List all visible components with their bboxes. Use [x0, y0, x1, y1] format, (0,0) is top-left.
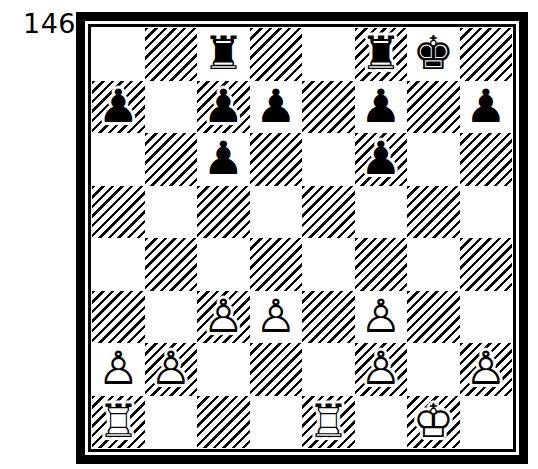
- square-h5: [460, 186, 513, 239]
- square-e6: [302, 133, 355, 186]
- square-b6: [145, 133, 198, 186]
- piece-black-pawn: ♟: [460, 81, 513, 133]
- square-c6: ♟: [197, 133, 250, 186]
- piece-black-rook: ♜: [355, 28, 408, 80]
- square-g2: [407, 343, 460, 396]
- piece-black-pawn: ♟: [197, 81, 250, 133]
- square-e1: ♜♖: [302, 396, 355, 449]
- square-e2: [302, 343, 355, 396]
- piece-outline-layer: ♙: [255, 293, 296, 339]
- square-a4: [92, 238, 145, 291]
- piece-white-pawn: ♟♙: [145, 343, 198, 395]
- square-b2: ♟♙: [145, 343, 198, 396]
- square-f6: ♟: [355, 133, 408, 186]
- square-g1: ♚♔: [407, 396, 460, 449]
- square-e4: [302, 238, 355, 291]
- board-inner-frame: ♜♜♚♟♟♟♟♟♟♟♟♙♟♙♟♙♟♙♟♙♟♙♟♙♜♖♜♖♚♔: [88, 24, 516, 452]
- square-e7: [302, 81, 355, 134]
- square-h1: [460, 396, 513, 449]
- square-f2: ♟♙: [355, 343, 408, 396]
- square-h8: [460, 28, 513, 81]
- piece-glyph: ♟: [255, 83, 296, 129]
- piece-glyph: ♟: [360, 135, 401, 181]
- piece-glyph: ♟: [203, 135, 244, 181]
- square-d4: [250, 238, 303, 291]
- piece-glyph: ♟: [465, 83, 506, 129]
- square-f7: ♟: [355, 81, 408, 134]
- square-d3: ♟♙: [250, 291, 303, 344]
- square-g4: [407, 238, 460, 291]
- square-h7: ♟: [460, 81, 513, 134]
- piece-black-pawn: ♟: [355, 133, 408, 185]
- piece-black-pawn: ♟: [197, 133, 250, 185]
- square-a5: [92, 186, 145, 239]
- square-c4: [197, 238, 250, 291]
- diagram-number: 146: [23, 10, 76, 37]
- square-d8: [250, 28, 303, 81]
- square-c5: [197, 186, 250, 239]
- square-f5: [355, 186, 408, 239]
- square-d2: [250, 343, 303, 396]
- square-g7: [407, 81, 460, 134]
- piece-glyph: ♜: [360, 30, 401, 76]
- piece-white-king: ♚♔: [407, 396, 460, 448]
- square-b7: [145, 81, 198, 134]
- piece-white-rook: ♜♖: [92, 396, 145, 448]
- square-a3: [92, 291, 145, 344]
- piece-outline-layer: ♙: [98, 345, 139, 391]
- square-f4: [355, 238, 408, 291]
- piece-outline-layer: ♖: [98, 398, 139, 444]
- piece-glyph: ♜: [203, 30, 244, 76]
- piece-white-pawn: ♟♙: [250, 291, 303, 343]
- piece-white-pawn: ♟♙: [92, 343, 145, 395]
- square-h2: ♟♙: [460, 343, 513, 396]
- page: 146 ♜♜♚♟♟♟♟♟♟♟♟♙♟♙♟♙♟♙♟♙♟♙♟♙♜♖♜♖♚♔: [0, 0, 538, 469]
- board-frame: ♜♜♚♟♟♟♟♟♟♟♟♙♟♙♟♙♟♙♟♙♟♙♟♙♜♖♜♖♚♔: [76, 12, 528, 464]
- square-d7: ♟: [250, 81, 303, 134]
- square-a7: ♟: [92, 81, 145, 134]
- piece-glyph: ♟: [203, 83, 244, 129]
- square-f3: ♟♙: [355, 291, 408, 344]
- square-d5: [250, 186, 303, 239]
- chess-board: ♜♜♚♟♟♟♟♟♟♟♟♙♟♙♟♙♟♙♟♙♟♙♟♙♜♖♜♖♚♔: [92, 28, 512, 448]
- square-a2: ♟♙: [92, 343, 145, 396]
- square-b1: [145, 396, 198, 449]
- square-h4: [460, 238, 513, 291]
- piece-glyph: ♟: [360, 83, 401, 129]
- square-a8: [92, 28, 145, 81]
- square-b8: [145, 28, 198, 81]
- square-e5: [302, 186, 355, 239]
- piece-outline-layer: ♙: [150, 345, 191, 391]
- square-c8: ♜: [197, 28, 250, 81]
- square-b3: [145, 291, 198, 344]
- piece-outline-layer: ♔: [413, 398, 454, 444]
- piece-white-pawn: ♟♙: [460, 343, 513, 395]
- square-e8: [302, 28, 355, 81]
- square-d6: [250, 133, 303, 186]
- piece-black-pawn: ♟: [250, 81, 303, 133]
- piece-black-pawn: ♟: [355, 81, 408, 133]
- square-g5: [407, 186, 460, 239]
- piece-white-rook: ♜♖: [302, 396, 355, 448]
- piece-black-rook: ♜: [197, 28, 250, 80]
- square-d1: [250, 396, 303, 449]
- square-h3: [460, 291, 513, 344]
- square-g3: [407, 291, 460, 344]
- square-c1: [197, 396, 250, 449]
- piece-black-pawn: ♟: [92, 81, 145, 133]
- square-c3: ♟♙: [197, 291, 250, 344]
- square-e3: [302, 291, 355, 344]
- square-b5: [145, 186, 198, 239]
- piece-outline-layer: ♙: [203, 293, 244, 339]
- square-h6: [460, 133, 513, 186]
- piece-outline-layer: ♙: [465, 345, 506, 391]
- piece-glyph: ♟: [98, 83, 139, 129]
- square-b4: [145, 238, 198, 291]
- square-c7: ♟: [197, 81, 250, 134]
- square-f1: [355, 396, 408, 449]
- square-f8: ♜: [355, 28, 408, 81]
- piece-white-pawn: ♟♙: [197, 291, 250, 343]
- square-a1: ♜♖: [92, 396, 145, 449]
- piece-black-king: ♚: [407, 28, 460, 80]
- piece-outline-layer: ♙: [360, 345, 401, 391]
- piece-outline-layer: ♖: [308, 398, 349, 444]
- piece-white-pawn: ♟♙: [355, 291, 408, 343]
- square-a6: [92, 133, 145, 186]
- square-g6: [407, 133, 460, 186]
- square-g8: ♚: [407, 28, 460, 81]
- square-c2: [197, 343, 250, 396]
- piece-outline-layer: ♙: [360, 293, 401, 339]
- piece-glyph: ♚: [413, 30, 454, 76]
- piece-white-pawn: ♟♙: [355, 343, 408, 395]
